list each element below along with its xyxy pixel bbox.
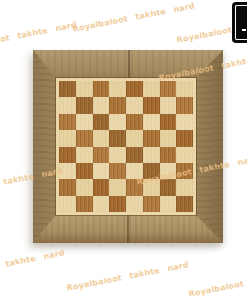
phone-icon-dot xyxy=(242,29,246,31)
square-d5 xyxy=(109,130,126,146)
square-h6 xyxy=(176,114,193,130)
square-g4 xyxy=(160,147,177,163)
square-h5 xyxy=(176,130,193,146)
square-b5 xyxy=(76,130,93,146)
square-c1 xyxy=(93,196,110,212)
square-a2 xyxy=(59,179,76,195)
square-a8 xyxy=(59,81,76,97)
square-b7 xyxy=(76,97,93,113)
square-d8 xyxy=(109,81,126,97)
square-e8 xyxy=(126,81,143,97)
square-d7 xyxy=(109,97,126,113)
square-g5 xyxy=(160,130,177,146)
board-inlay-border xyxy=(56,78,196,215)
square-a5 xyxy=(59,130,76,146)
phone-icon-outline xyxy=(235,5,247,40)
square-e5 xyxy=(126,130,143,146)
square-a6 xyxy=(59,114,76,130)
square-c7 xyxy=(93,97,110,113)
square-f3 xyxy=(143,163,160,179)
square-e2 xyxy=(126,179,143,195)
square-b2 xyxy=(76,179,93,195)
square-h2 xyxy=(176,179,193,195)
square-e7 xyxy=(126,97,143,113)
square-b4 xyxy=(76,147,93,163)
square-g8 xyxy=(160,81,177,97)
square-d3 xyxy=(109,163,126,179)
square-g3 xyxy=(160,163,177,179)
square-f6 xyxy=(143,114,160,130)
board-frame-left xyxy=(33,50,56,243)
square-d2 xyxy=(109,179,126,195)
square-f1 xyxy=(143,196,160,212)
square-e1 xyxy=(126,196,143,212)
square-h8 xyxy=(176,81,193,97)
square-d6 xyxy=(109,114,126,130)
square-f7 xyxy=(143,97,160,113)
square-a4 xyxy=(59,147,76,163)
square-c8 xyxy=(93,81,110,97)
square-c6 xyxy=(93,114,110,130)
square-f4 xyxy=(143,147,160,163)
square-g6 xyxy=(160,114,177,130)
square-d1 xyxy=(109,196,126,212)
square-a7 xyxy=(59,97,76,113)
square-b8 xyxy=(76,81,93,97)
square-c5 xyxy=(93,130,110,146)
square-b3 xyxy=(76,163,93,179)
square-h1 xyxy=(176,196,193,212)
square-h3 xyxy=(176,163,193,179)
chess-board xyxy=(33,50,223,243)
square-g1 xyxy=(160,196,177,212)
square-h4 xyxy=(176,147,193,163)
folding-hinge-seam-top xyxy=(128,50,130,78)
watermark-text: Royalbaloot takhte nard xyxy=(188,266,247,296)
watermark-text: Royalbaloot takhte nard xyxy=(0,248,66,281)
square-f5 xyxy=(143,130,160,146)
square-g7 xyxy=(160,97,177,113)
watermark-text: Royalbaloot takhte nard xyxy=(0,20,78,53)
squares-grid xyxy=(59,81,193,212)
square-g2 xyxy=(160,179,177,195)
square-a3 xyxy=(59,163,76,179)
phone-icon xyxy=(232,2,247,43)
board-frame-right xyxy=(196,50,223,243)
square-c4 xyxy=(93,147,110,163)
square-h7 xyxy=(176,97,193,113)
square-e6 xyxy=(126,114,143,130)
square-e3 xyxy=(126,163,143,179)
folding-hinge-seam-bottom xyxy=(127,215,129,243)
watermark-text: Royalbaloot takhte nard xyxy=(66,260,190,293)
watermark-text: Royalbaloot takhte nard xyxy=(72,1,196,34)
square-d4 xyxy=(109,147,126,163)
square-f8 xyxy=(143,81,160,97)
square-b1 xyxy=(76,196,93,212)
square-e4 xyxy=(126,147,143,163)
square-f2 xyxy=(143,179,160,195)
square-a1 xyxy=(59,196,76,212)
square-c3 xyxy=(93,163,110,179)
square-b6 xyxy=(76,114,93,130)
square-c2 xyxy=(93,179,110,195)
